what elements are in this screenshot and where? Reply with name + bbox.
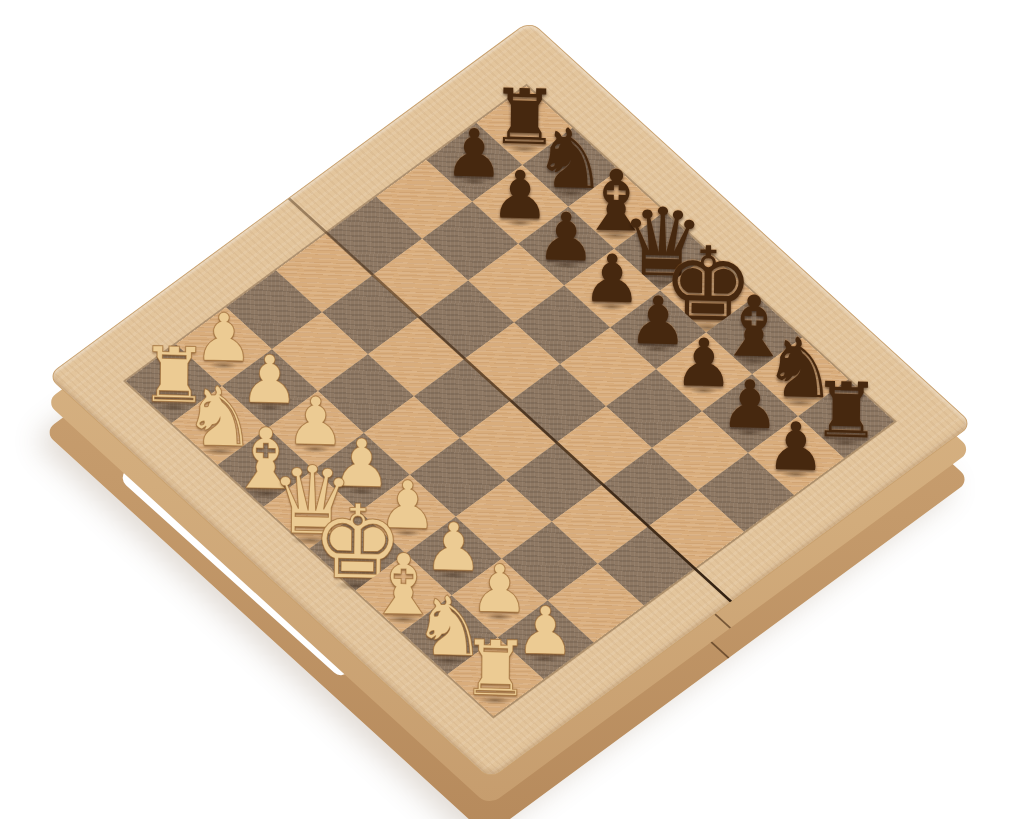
piece-black-pawn: ♟ [766,414,826,481]
piece-white-rook: ♜ [461,630,530,708]
chess-set-photo: ♜♞♝♛♚♝♞♜♟♟♟♟♟♟♟♟♟♟♟♟♟♟♟♟♜♞♝♛♚♝♞♜ [0,0,1020,819]
square-h1: ♜ [447,637,543,716]
chess-box: ♜♞♝♛♚♝♞♜♟♟♟♟♟♟♟♟♟♟♟♟♟♟♟♟♜♞♝♛♚♝♞♜ [47,20,973,780]
